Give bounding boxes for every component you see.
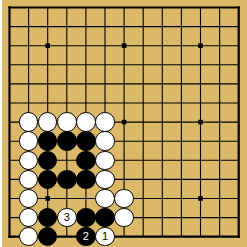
black-stone <box>95 208 115 228</box>
star-point <box>198 120 203 125</box>
white-stone <box>95 131 115 151</box>
star-point <box>45 196 50 201</box>
black-stone <box>76 131 96 151</box>
white-stone <box>114 208 134 228</box>
white-stone <box>95 170 115 190</box>
black-stone <box>76 208 96 228</box>
star-point <box>198 196 203 201</box>
move-1-white-stone: 1 <box>95 227 115 247</box>
move-3-white-stone: 3 <box>57 208 77 228</box>
move-number-label: 3 <box>64 212 70 223</box>
black-stone <box>57 170 77 190</box>
go-diagram: 321 <box>0 0 247 247</box>
move-number-label: 1 <box>102 231 108 242</box>
star-point <box>198 43 203 48</box>
white-stone <box>76 112 96 132</box>
white-stone <box>95 189 115 209</box>
black-stone <box>76 170 96 190</box>
star-point <box>122 43 127 48</box>
white-stone <box>57 112 77 132</box>
black-stone <box>76 151 96 171</box>
white-stone <box>114 189 134 209</box>
star-point <box>122 120 127 125</box>
white-stone <box>95 112 115 132</box>
move-number-label: 2 <box>83 231 89 242</box>
white-stone <box>95 151 115 171</box>
black-stone <box>57 131 77 151</box>
star-point <box>45 43 50 48</box>
white-stone <box>19 112 39 132</box>
move-2-black-stone: 2 <box>76 227 96 247</box>
